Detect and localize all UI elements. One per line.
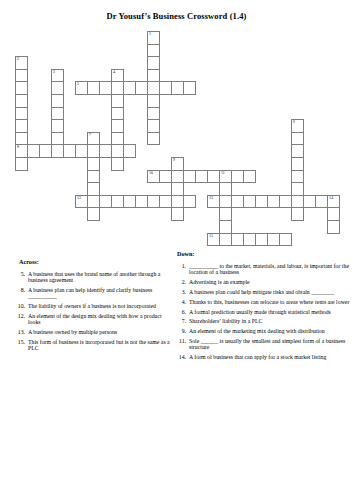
grid-cell[interactable]: [183, 195, 196, 209]
page-title: Dr Yousuf’s Business Crossword (1.4): [0, 11, 353, 21]
grid-cell[interactable]: [51, 119, 64, 133]
clue-text: Sole ______ is usually the smallest and …: [189, 338, 351, 350]
clue-number: 8.: [14, 287, 25, 299]
grid-cell[interactable]: 12: [75, 195, 88, 209]
cell-number-label: 10: [149, 171, 153, 176]
clue-text: Shareholders’ liability in a PLC: [189, 318, 351, 324]
clue-number: 1.: [175, 263, 186, 275]
clue-number: 9.: [175, 328, 186, 334]
grid-cell[interactable]: [15, 81, 28, 95]
clue-number: 11.: [175, 338, 186, 350]
clue-item: 9.An element of the marketing mix dealin…: [175, 328, 351, 334]
grid-cell[interactable]: [111, 107, 124, 121]
clue-item: 5.A business that uses the brand name of…: [14, 271, 172, 283]
grid-cell[interactable]: [87, 207, 100, 221]
clue-item: 10.The liability of owners if a business…: [14, 303, 172, 309]
grid-cell[interactable]: [291, 207, 304, 221]
clue-text: A business that uses the brand name of a…: [28, 271, 172, 283]
clue-number: 14.: [175, 354, 186, 360]
grid-cell[interactable]: [147, 69, 160, 83]
clue-item: 13.A business owned by multiple persons: [14, 329, 172, 335]
grid-cell[interactable]: [87, 170, 100, 184]
grid-cell[interactable]: [171, 207, 184, 221]
grid-cell[interactable]: [15, 94, 28, 108]
cell-number-label: 14: [329, 196, 333, 201]
grid-cell[interactable]: 1: [147, 31, 160, 45]
grid-cell[interactable]: [39, 144, 52, 158]
clue-item: 8.A business plan can help identify and …: [14, 287, 172, 299]
grid-cell[interactable]: [15, 132, 28, 146]
grid-cell[interactable]: 4: [111, 69, 124, 83]
grid-cell[interactable]: 14: [327, 195, 340, 209]
grid-cell[interactable]: [279, 233, 292, 247]
across-heading: Across:: [19, 259, 172, 265]
clue-text: Advertising is an example: [189, 279, 351, 285]
clue-text: __________ to the market, materials, and…: [189, 263, 351, 275]
cell-number-label: 8: [17, 145, 19, 150]
grid-cell[interactable]: [111, 94, 124, 108]
clue-item: 4.Thanks to this, businesses can relocat…: [175, 299, 351, 305]
clue-number: 5.: [14, 271, 25, 283]
grid-cell[interactable]: [15, 157, 28, 171]
cell-number-label: 9: [173, 158, 175, 163]
clue-number: 7.: [175, 318, 186, 324]
grid-cell[interactable]: [219, 182, 232, 196]
across-clues-column: Across: 5.A business that uses the brand…: [14, 259, 172, 355]
down-clues-list: 1.__________ to the market, materials, a…: [175, 263, 351, 360]
down-clues-column: Down: 1.__________ to the market, materi…: [175, 251, 351, 364]
grid-cell[interactable]: 6: [291, 119, 304, 133]
grid-cell[interactable]: [243, 170, 256, 184]
grid-cell[interactable]: [147, 56, 160, 70]
clue-item: 7.Shareholders’ liability in a PLC: [175, 318, 351, 324]
cell-number-label: 5: [77, 82, 79, 87]
grid-cell[interactable]: [147, 119, 160, 133]
cell-number-label: 12: [77, 196, 81, 201]
grid-cell[interactable]: 13: [207, 195, 220, 209]
grid-cell[interactable]: [15, 119, 28, 133]
grid-cell[interactable]: [111, 132, 124, 146]
clue-text: A business plan could help mitigate risk…: [189, 289, 351, 295]
clue-item: 1.__________ to the market, materials, a…: [175, 263, 351, 275]
grid-cell[interactable]: [123, 144, 136, 158]
grid-cell[interactable]: [51, 81, 64, 95]
clue-item: 6.A formal prediction usually made throu…: [175, 309, 351, 315]
grid-cell[interactable]: 7: [87, 132, 100, 146]
grid-cell[interactable]: [219, 207, 232, 221]
clue-number: 10.: [14, 303, 25, 309]
clue-number: 13.: [14, 329, 25, 335]
grid-cell[interactable]: [159, 170, 172, 184]
clue-number: 3.: [175, 289, 186, 295]
cell-number-label: 6: [293, 120, 295, 125]
grid-cell[interactable]: [291, 170, 304, 184]
grid-cell[interactable]: [291, 157, 304, 171]
grid-cell[interactable]: [291, 182, 304, 196]
cell-number-label: 15: [209, 234, 213, 239]
grid-cell[interactable]: [87, 182, 100, 196]
clue-number: 2.: [175, 279, 186, 285]
clue-text: A business owned by multiple persons: [28, 329, 172, 335]
grid-cell[interactable]: [183, 81, 196, 95]
grid-cell[interactable]: [75, 144, 88, 158]
grid-cell[interactable]: [291, 132, 304, 146]
cell-number-label: 3: [53, 70, 55, 75]
cell-number-label: 13: [209, 196, 213, 201]
crossword-grid: 128345679101112131415: [15, 31, 341, 247]
grid-cell[interactable]: 9: [171, 157, 184, 171]
grid-cell[interactable]: [147, 44, 160, 58]
clue-text: Thanks to this, businesses can relocate …: [189, 299, 351, 305]
clue-number: 12.: [14, 313, 25, 325]
clue-number: 15.: [14, 339, 25, 351]
grid-cell[interactable]: [51, 107, 64, 121]
clue-item: 14.A form of business that can apply for…: [175, 354, 351, 360]
cell-number-label: 11: [221, 171, 225, 176]
cell-number-label: 1: [149, 32, 151, 37]
grid-cell[interactable]: [135, 81, 148, 95]
grid-cell[interactable]: [327, 220, 340, 234]
grid-cell[interactable]: 2: [15, 56, 28, 70]
clue-text: An element of the design mix dealing wit…: [28, 313, 172, 325]
grid-cell[interactable]: [147, 94, 160, 108]
clue-text: A business plan can help identify and cl…: [28, 287, 172, 299]
grid-cell[interactable]: [291, 144, 304, 158]
grid-cell[interactable]: [279, 195, 292, 209]
clue-number: 4.: [175, 299, 186, 305]
cell-number-label: 7: [89, 133, 91, 138]
clue-number: 6.: [175, 309, 186, 315]
clue-text: This form of business is incorporated bu…: [28, 339, 172, 351]
worksheet-page: Dr Yousuf’s Business Crossword (1.4) 128…: [0, 0, 353, 500]
grid-cell[interactable]: [219, 220, 232, 234]
grid-cell[interactable]: [111, 157, 124, 171]
grid-cell[interactable]: [159, 195, 172, 209]
grid-cell[interactable]: [327, 207, 340, 221]
clue-item: 2.Advertising is an example: [175, 279, 351, 285]
grid-cell[interactable]: [51, 94, 64, 108]
cell-number-label: 4: [113, 70, 115, 75]
cell-number-label: 2: [17, 57, 19, 62]
grid-cell[interactable]: 15: [207, 233, 220, 247]
grid-cell[interactable]: [51, 132, 64, 146]
clue-text: A form of business that can apply for a …: [189, 354, 351, 360]
grid-cell[interactable]: [99, 81, 112, 95]
down-heading: Down:: [177, 251, 351, 257]
clue-text: A formal prediction usually made through…: [189, 309, 351, 315]
grid-cell[interactable]: [147, 107, 160, 121]
clue-item: 12.An element of the design mix dealing …: [14, 313, 172, 325]
clue-text: The liability of owners if a business is…: [28, 303, 172, 309]
grid-cell[interactable]: [171, 182, 184, 196]
grid-cell[interactable]: [147, 132, 160, 146]
grid-cell[interactable]: [99, 144, 112, 158]
grid-cell[interactable]: [87, 157, 100, 171]
clue-text: An element of the marketing mix dealing …: [189, 328, 351, 334]
grid-cell[interactable]: [15, 107, 28, 121]
clue-item: 3.A business plan could help mitigate ri…: [175, 289, 351, 295]
grid-cell[interactable]: [111, 119, 124, 133]
clue-item: 11.Sole ______ is usually the smallest a…: [175, 338, 351, 350]
clue-item: 15.This form of business is incorporated…: [14, 339, 172, 351]
grid-cell[interactable]: 3: [51, 69, 64, 83]
grid-cell[interactable]: [15, 69, 28, 83]
across-clues-list: 5.A business that uses the brand name of…: [14, 271, 172, 351]
